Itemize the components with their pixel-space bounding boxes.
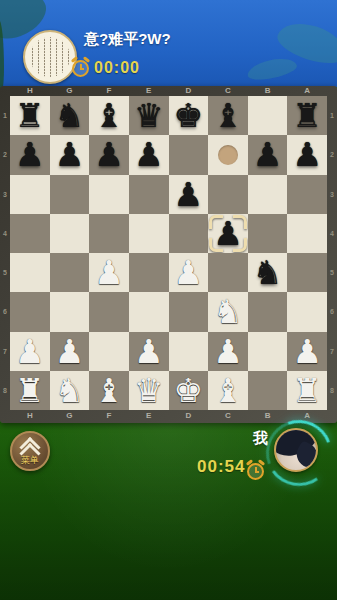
black-bishop: ♝ xyxy=(208,96,248,135)
black-pawn: ♟ xyxy=(89,135,129,174)
square-A1[interactable]: ♜ xyxy=(287,96,327,135)
square-F2[interactable]: ♟ xyxy=(89,135,129,174)
black-pawn: ♟ xyxy=(10,135,50,174)
square-A7[interactable]: ♟ xyxy=(287,332,327,371)
black-pawn: ♟ xyxy=(50,135,90,174)
white-rook: ♜ xyxy=(287,371,327,410)
square-F1[interactable]: ♝ xyxy=(89,96,129,135)
rank-label-2: 2 xyxy=(327,135,337,174)
square-F6[interactable] xyxy=(89,292,129,331)
square-H4[interactable] xyxy=(10,214,50,253)
rank-label-1: 1 xyxy=(327,96,337,135)
black-rook: ♜ xyxy=(10,96,50,135)
black-pawn: ♟ xyxy=(208,214,248,253)
square-E4[interactable] xyxy=(129,214,169,253)
file-label-H: H xyxy=(10,410,50,423)
file-label-A: A xyxy=(287,410,327,423)
white-pawn: ♟ xyxy=(50,332,90,371)
opponent-avatar[interactable] xyxy=(23,30,77,84)
square-B6[interactable] xyxy=(248,292,288,331)
square-D6[interactable] xyxy=(169,292,209,331)
square-D1[interactable]: ♚ xyxy=(169,96,209,135)
file-labels-top: HGFEDCBA xyxy=(10,86,327,96)
square-D5[interactable]: ♟ xyxy=(169,253,209,292)
file-labels-bottom: HGFEDCBA xyxy=(10,410,327,423)
square-E3[interactable] xyxy=(129,175,169,214)
file-label-D: D xyxy=(169,86,209,96)
rank-labels-left: 12345678 xyxy=(0,96,10,410)
white-knight: ♞ xyxy=(50,371,90,410)
file-label-F: F xyxy=(89,86,129,96)
square-H1[interactable]: ♜ xyxy=(10,96,50,135)
square-H7[interactable]: ♟ xyxy=(10,332,50,371)
bamboo-leaf-decoration xyxy=(246,55,299,83)
square-G2[interactable]: ♟ xyxy=(50,135,90,174)
square-A8[interactable]: ♜ xyxy=(287,371,327,410)
black-pawn: ♟ xyxy=(129,135,169,174)
file-label-E: E xyxy=(129,410,169,423)
file-label-C: C xyxy=(208,410,248,423)
my-timer: 00:54 xyxy=(197,457,245,477)
rank-labels-right: 12345678 xyxy=(327,96,337,410)
square-F5[interactable]: ♟ xyxy=(89,253,129,292)
white-pawn: ♟ xyxy=(208,332,248,371)
square-F8[interactable]: ♝ xyxy=(89,371,129,410)
square-F3[interactable] xyxy=(89,175,129,214)
menu-button[interactable]: 菜单 xyxy=(10,431,50,471)
square-C3[interactable] xyxy=(208,175,248,214)
rank-label-3: 3 xyxy=(327,175,337,214)
rank-label-1: 1 xyxy=(0,96,10,135)
square-B4[interactable] xyxy=(248,214,288,253)
black-pawn: ♟ xyxy=(287,135,327,174)
square-F7[interactable] xyxy=(89,332,129,371)
square-G5[interactable] xyxy=(50,253,90,292)
board-grid: ♜♞♝♛♚♝♜♟♟♟♟♟♟♟♟♟♟♞♞♟♟♟♟♟♜♞♝♛♚♝♜ xyxy=(10,96,327,410)
rank-label-8: 8 xyxy=(0,371,10,410)
square-G4[interactable] xyxy=(50,214,90,253)
file-label-D: D xyxy=(169,410,209,423)
alarm-clock-icon xyxy=(72,60,89,77)
square-A3[interactable] xyxy=(287,175,327,214)
square-A2[interactable]: ♟ xyxy=(287,135,327,174)
square-D2[interactable] xyxy=(169,135,209,174)
square-C4[interactable]: ♟ xyxy=(208,214,248,253)
square-H6[interactable] xyxy=(10,292,50,331)
square-C7[interactable]: ♟ xyxy=(208,332,248,371)
square-H2[interactable]: ♟ xyxy=(10,135,50,174)
square-H3[interactable] xyxy=(10,175,50,214)
square-A6[interactable] xyxy=(287,292,327,331)
opponent-name: 意?难平?W? xyxy=(84,30,284,49)
chess-app: 意?难平?W? 00:00 HGFEDCBA HGFEDCBA 12345678… xyxy=(0,0,337,600)
black-queen: ♛ xyxy=(129,96,169,135)
alarm-clock-icon xyxy=(247,463,264,480)
square-G6[interactable] xyxy=(50,292,90,331)
square-B5[interactable]: ♞ xyxy=(248,253,288,292)
white-pawn: ♟ xyxy=(89,253,129,292)
black-king: ♚ xyxy=(169,96,209,135)
square-B3[interactable] xyxy=(248,175,288,214)
rank-label-8: 8 xyxy=(327,371,337,410)
rank-label-7: 7 xyxy=(327,332,337,371)
black-knight: ♞ xyxy=(248,253,288,292)
rank-label-2: 2 xyxy=(0,135,10,174)
file-label-H: H xyxy=(10,86,50,96)
white-pawn: ♟ xyxy=(129,332,169,371)
square-H8[interactable]: ♜ xyxy=(10,371,50,410)
square-C2[interactable] xyxy=(208,135,248,174)
black-pawn: ♟ xyxy=(169,175,209,214)
rank-label-5: 5 xyxy=(0,253,10,292)
menu-button-label: 菜单 xyxy=(12,454,48,467)
rank-label-5: 5 xyxy=(327,253,337,292)
file-label-G: G xyxy=(50,86,90,96)
rank-label-6: 6 xyxy=(327,292,337,331)
square-B1[interactable] xyxy=(248,96,288,135)
square-G1[interactable]: ♞ xyxy=(50,96,90,135)
white-knight: ♞ xyxy=(208,292,248,331)
file-label-B: B xyxy=(248,410,288,423)
square-G7[interactable]: ♟ xyxy=(50,332,90,371)
file-label-A: A xyxy=(287,86,327,96)
square-B7[interactable] xyxy=(248,332,288,371)
square-G3[interactable] xyxy=(50,175,90,214)
black-knight: ♞ xyxy=(50,96,90,135)
file-label-E: E xyxy=(129,86,169,96)
white-bishop: ♝ xyxy=(208,371,248,410)
square-G8[interactable]: ♞ xyxy=(50,371,90,410)
square-E6[interactable] xyxy=(129,292,169,331)
file-label-G: G xyxy=(50,410,90,423)
square-C1[interactable]: ♝ xyxy=(208,96,248,135)
white-king: ♚ xyxy=(169,371,209,410)
square-D8[interactable]: ♚ xyxy=(169,371,209,410)
square-D3[interactable]: ♟ xyxy=(169,175,209,214)
selection-marker xyxy=(209,215,247,252)
my-player-label: 我 xyxy=(253,429,268,448)
white-rook: ♜ xyxy=(10,371,50,410)
opponent-timer: 00:00 xyxy=(94,59,140,77)
white-bishop: ♝ xyxy=(89,371,129,410)
square-B8[interactable] xyxy=(248,371,288,410)
square-E8[interactable]: ♛ xyxy=(129,371,169,410)
last-move-origin-dot xyxy=(218,145,238,165)
square-E5[interactable] xyxy=(129,253,169,292)
black-bishop: ♝ xyxy=(89,96,129,135)
rank-label-6: 6 xyxy=(0,292,10,331)
square-B2[interactable]: ♟ xyxy=(248,135,288,174)
square-E1[interactable]: ♛ xyxy=(129,96,169,135)
black-pawn: ♟ xyxy=(248,135,288,174)
square-H5[interactable] xyxy=(10,253,50,292)
scroll-art xyxy=(30,37,70,77)
file-label-F: F xyxy=(89,410,129,423)
file-label-C: C xyxy=(208,86,248,96)
rank-label-4: 4 xyxy=(0,214,10,253)
square-A5[interactable] xyxy=(287,253,327,292)
square-D7[interactable] xyxy=(169,332,209,371)
square-C5[interactable] xyxy=(208,253,248,292)
rank-label-4: 4 xyxy=(327,214,337,253)
square-E7[interactable]: ♟ xyxy=(129,332,169,371)
rank-label-7: 7 xyxy=(0,332,10,371)
my-avatar[interactable] xyxy=(274,428,318,472)
square-F4[interactable] xyxy=(89,214,129,253)
white-queen: ♛ xyxy=(129,371,169,410)
rank-label-3: 3 xyxy=(0,175,10,214)
white-pawn: ♟ xyxy=(169,253,209,292)
square-D4[interactable] xyxy=(169,214,209,253)
file-label-B: B xyxy=(248,86,288,96)
square-E2[interactable]: ♟ xyxy=(129,135,169,174)
square-A4[interactable] xyxy=(287,214,327,253)
white-pawn: ♟ xyxy=(10,332,50,371)
square-C8[interactable]: ♝ xyxy=(208,371,248,410)
square-C6[interactable]: ♞ xyxy=(208,292,248,331)
black-rook: ♜ xyxy=(287,96,327,135)
white-pawn: ♟ xyxy=(287,332,327,371)
